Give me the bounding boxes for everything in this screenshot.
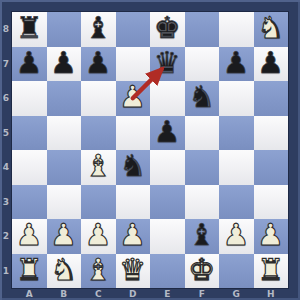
square-c5[interactable] — [81, 116, 116, 151]
white-bishop-c4[interactable]: ♝ — [85, 151, 112, 181]
square-d1[interactable]: ♛ — [116, 254, 151, 289]
black-bishop-c8[interactable]: ♝ — [85, 13, 112, 43]
file-label-a: A — [12, 288, 47, 300]
white-pawn-a2[interactable]: ♟ — [16, 220, 43, 250]
board: ♜♝♚♞♟♟♟♛♟♟♟♞♟♝♞♟♟♟♟♝♟♟♜♞♝♛♚♜ — [12, 12, 288, 288]
square-h6[interactable] — [254, 81, 289, 116]
square-a7[interactable]: ♟ — [12, 47, 47, 82]
file-label-g: G — [219, 288, 254, 300]
square-b3[interactable] — [47, 185, 82, 220]
square-h3[interactable] — [254, 185, 289, 220]
square-f4[interactable] — [185, 150, 220, 185]
white-pawn-d2[interactable]: ♟ — [119, 220, 146, 250]
white-rook-a1[interactable]: ♜ — [16, 255, 43, 285]
black-pawn-g7[interactable]: ♟ — [223, 48, 250, 78]
square-c4[interactable]: ♝ — [81, 150, 116, 185]
square-g2[interactable]: ♟ — [219, 219, 254, 254]
square-h4[interactable] — [254, 150, 289, 185]
black-pawn-a7[interactable]: ♟ — [16, 48, 43, 78]
rank-label-4: 4 — [0, 150, 12, 185]
rank-label-6: 6 — [0, 81, 12, 116]
square-d4[interactable]: ♞ — [116, 150, 151, 185]
square-d5[interactable] — [116, 116, 151, 151]
square-d8[interactable] — [116, 12, 151, 47]
square-b1[interactable]: ♞ — [47, 254, 82, 289]
black-pawn-c7[interactable]: ♟ — [85, 48, 112, 78]
square-a1[interactable]: ♜ — [12, 254, 47, 289]
square-e1[interactable] — [150, 254, 185, 289]
rank-label-2: 2 — [0, 219, 12, 254]
rank-label-5: 5 — [0, 116, 12, 151]
black-knight-f6[interactable]: ♞ — [188, 82, 215, 112]
white-pawn-g2[interactable]: ♟ — [223, 220, 250, 250]
square-f3[interactable] — [185, 185, 220, 220]
square-h1[interactable]: ♜ — [254, 254, 289, 289]
square-g5[interactable] — [219, 116, 254, 151]
file-label-e: E — [150, 288, 185, 300]
file-label-h: H — [254, 288, 289, 300]
file-label-f: F — [185, 288, 220, 300]
black-bishop-f2[interactable]: ♝ — [188, 220, 215, 250]
square-a5[interactable] — [12, 116, 47, 151]
black-pawn-e5[interactable]: ♟ — [154, 117, 181, 147]
square-g7[interactable]: ♟ — [219, 47, 254, 82]
chessboard-frame: 87654321 ABCDEFGH ♜♝♚♞♟♟♟♛♟♟♟♞♟♝♞♟♟♟♟♝♟♟… — [0, 0, 300, 300]
white-rook-h1[interactable]: ♜ — [257, 255, 284, 285]
square-c1[interactable]: ♝ — [81, 254, 116, 289]
square-d7[interactable] — [116, 47, 151, 82]
black-pawn-b7[interactable]: ♟ — [50, 48, 77, 78]
square-e3[interactable] — [150, 185, 185, 220]
square-h7[interactable]: ♟ — [254, 47, 289, 82]
rank-label-3: 3 — [0, 185, 12, 220]
white-queen-d1[interactable]: ♛ — [119, 255, 146, 285]
square-f2[interactable]: ♝ — [185, 219, 220, 254]
square-a3[interactable] — [12, 185, 47, 220]
square-g8[interactable] — [219, 12, 254, 47]
black-king-e8[interactable]: ♚ — [154, 13, 181, 43]
white-pawn-d6[interactable]: ♟ — [119, 82, 146, 112]
square-b4[interactable] — [47, 150, 82, 185]
square-b5[interactable] — [47, 116, 82, 151]
file-label-b: B — [47, 288, 82, 300]
square-e4[interactable] — [150, 150, 185, 185]
square-e7[interactable]: ♛ — [150, 47, 185, 82]
square-e8[interactable]: ♚ — [150, 12, 185, 47]
square-f6[interactable]: ♞ — [185, 81, 220, 116]
black-pawn-h7[interactable]: ♟ — [257, 48, 284, 78]
black-knight-d4[interactable]: ♞ — [119, 151, 146, 181]
square-c3[interactable] — [81, 185, 116, 220]
white-pawn-h2[interactable]: ♟ — [257, 220, 284, 250]
rank-label-1: 1 — [0, 254, 12, 289]
rank-labels: 87654321 — [0, 12, 12, 288]
square-b2[interactable]: ♟ — [47, 219, 82, 254]
black-rook-a8[interactable]: ♜ — [16, 13, 43, 43]
square-a8[interactable]: ♜ — [12, 12, 47, 47]
square-b7[interactable]: ♟ — [47, 47, 82, 82]
rank-label-7: 7 — [0, 47, 12, 82]
white-king-f1[interactable]: ♚ — [188, 255, 215, 285]
square-f5[interactable] — [185, 116, 220, 151]
square-f1[interactable]: ♚ — [185, 254, 220, 289]
white-bishop-c1[interactable]: ♝ — [85, 255, 112, 285]
square-a4[interactable] — [12, 150, 47, 185]
square-h8[interactable]: ♞ — [254, 12, 289, 47]
square-d3[interactable] — [116, 185, 151, 220]
rank-label-8: 8 — [0, 12, 12, 47]
square-g1[interactable] — [219, 254, 254, 289]
square-c2[interactable]: ♟ — [81, 219, 116, 254]
square-a2[interactable]: ♟ — [12, 219, 47, 254]
file-labels: ABCDEFGH — [12, 288, 288, 300]
square-e5[interactable]: ♟ — [150, 116, 185, 151]
square-c7[interactable]: ♟ — [81, 47, 116, 82]
white-pawn-c2[interactable]: ♟ — [85, 220, 112, 250]
white-knight-b1[interactable]: ♞ — [50, 255, 77, 285]
square-h5[interactable] — [254, 116, 289, 151]
square-e2[interactable] — [150, 219, 185, 254]
square-c8[interactable]: ♝ — [81, 12, 116, 47]
square-c6[interactable] — [81, 81, 116, 116]
square-b6[interactable] — [47, 81, 82, 116]
file-label-d: D — [116, 288, 151, 300]
file-label-c: C — [81, 288, 116, 300]
square-g6[interactable] — [219, 81, 254, 116]
white-pawn-b2[interactable]: ♟ — [50, 220, 77, 250]
square-d2[interactable]: ♟ — [116, 219, 151, 254]
square-g3[interactable] — [219, 185, 254, 220]
square-a6[interactable] — [12, 81, 47, 116]
square-h2[interactable]: ♟ — [254, 219, 289, 254]
square-f8[interactable] — [185, 12, 220, 47]
square-g4[interactable] — [219, 150, 254, 185]
square-b8[interactable] — [47, 12, 82, 47]
black-queen-e7[interactable]: ♛ — [154, 48, 181, 78]
white-knight-h8[interactable]: ♞ — [257, 13, 284, 43]
square-d6[interactable]: ♟ — [116, 81, 151, 116]
square-e6[interactable] — [150, 81, 185, 116]
square-f7[interactable] — [185, 47, 220, 82]
